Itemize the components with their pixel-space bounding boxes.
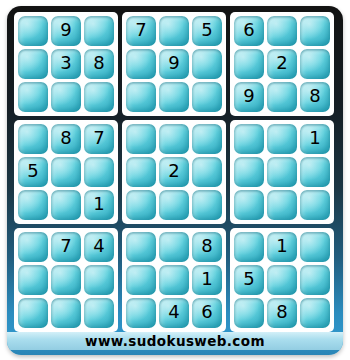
cell-r2c6[interactable] — [192, 49, 222, 79]
cell-r7c8[interactable]: 1 — [267, 232, 297, 262]
cell-r5c1[interactable]: 5 — [18, 157, 48, 187]
cell-r5c4[interactable] — [126, 157, 156, 187]
given-digit: 8 — [93, 54, 104, 72]
cell-r4c3[interactable]: 7 — [84, 124, 114, 154]
cell-r4c4[interactable] — [126, 124, 156, 154]
cell-r8c9[interactable] — [300, 265, 330, 295]
cell-r6c1[interactable] — [18, 190, 48, 220]
given-digit: 9 — [60, 21, 71, 39]
given-digit: 6 — [243, 21, 254, 39]
cell-r7c7[interactable] — [234, 232, 264, 262]
cell-r7c1[interactable] — [18, 232, 48, 262]
box-6: 1 — [230, 120, 334, 224]
given-digit: 6 — [201, 303, 212, 321]
cell-r6c5[interactable] — [159, 190, 189, 220]
cell-r8c5[interactable] — [159, 265, 189, 295]
cell-r9c3[interactable] — [84, 298, 114, 328]
cell-r5c6[interactable] — [192, 157, 222, 187]
given-digit: 7 — [60, 237, 71, 255]
cell-r5c2[interactable] — [51, 157, 81, 187]
box-7: 74 — [14, 228, 118, 332]
cell-r9c6[interactable]: 6 — [192, 298, 222, 328]
cell-r6c2[interactable] — [51, 190, 81, 220]
box-2: 759 — [122, 12, 226, 116]
given-digit: 2 — [276, 54, 287, 72]
cell-r3c7[interactable]: 9 — [234, 82, 264, 112]
cell-r5c7[interactable] — [234, 157, 264, 187]
cell-r6c7[interactable] — [234, 190, 264, 220]
given-digit: 8 — [309, 87, 320, 105]
sudoku-app: 938 759 6298 8751 2 1 74 8146 158 www.su… — [0, 0, 350, 360]
box-3: 6298 — [230, 12, 334, 116]
cell-r9c5[interactable]: 4 — [159, 298, 189, 328]
cell-r7c5[interactable] — [159, 232, 189, 262]
given-digit: 1 — [93, 195, 104, 213]
cell-r3c1[interactable] — [18, 82, 48, 112]
cell-r2c7[interactable] — [234, 49, 264, 79]
given-digit: 7 — [135, 21, 146, 39]
given-digit: 8 — [60, 129, 71, 147]
cell-r1c8[interactable] — [267, 16, 297, 46]
cell-r7c3[interactable]: 4 — [84, 232, 114, 262]
cell-r1c6[interactable]: 5 — [192, 16, 222, 46]
cell-r5c5[interactable]: 2 — [159, 157, 189, 187]
given-digit: 2 — [168, 162, 179, 180]
cell-r9c9[interactable] — [300, 298, 330, 328]
given-digit: 4 — [168, 303, 179, 321]
cell-r4c8[interactable] — [267, 124, 297, 154]
given-digit: 1 — [276, 237, 287, 255]
cell-r3c4[interactable] — [126, 82, 156, 112]
cell-r8c7[interactable]: 5 — [234, 265, 264, 295]
cell-r6c9[interactable] — [300, 190, 330, 220]
board-frame: 938 759 6298 8751 2 1 74 8146 158 www.su… — [7, 6, 343, 355]
cell-r1c2[interactable]: 9 — [51, 16, 81, 46]
cell-r1c3[interactable] — [84, 16, 114, 46]
given-digit: 4 — [93, 237, 104, 255]
cell-r3c6[interactable] — [192, 82, 222, 112]
cell-r4c1[interactable] — [18, 124, 48, 154]
cell-r6c4[interactable] — [126, 190, 156, 220]
given-digit: 1 — [201, 270, 212, 288]
given-digit: 9 — [243, 87, 254, 105]
cell-r2c5[interactable]: 9 — [159, 49, 189, 79]
cell-r5c8[interactable] — [267, 157, 297, 187]
website-link[interactable]: www.sudokusweb.com — [85, 333, 265, 349]
cell-r3c9[interactable]: 8 — [300, 82, 330, 112]
cell-r5c9[interactable] — [300, 157, 330, 187]
cell-r7c2[interactable]: 7 — [51, 232, 81, 262]
cell-r2c8[interactable]: 2 — [267, 49, 297, 79]
given-digit: 8 — [276, 303, 287, 321]
cell-r1c9[interactable] — [300, 16, 330, 46]
cell-r9c2[interactable] — [51, 298, 81, 328]
cell-r1c1[interactable] — [18, 16, 48, 46]
given-digit: 8 — [201, 237, 212, 255]
cell-r1c7[interactable]: 6 — [234, 16, 264, 46]
cell-r8c8[interactable] — [267, 265, 297, 295]
box-5: 2 — [122, 120, 226, 224]
cell-r2c2[interactable]: 3 — [51, 49, 81, 79]
cell-r6c6[interactable] — [192, 190, 222, 220]
sudoku-board: 938 759 6298 8751 2 1 74 8146 158 — [14, 12, 334, 332]
cell-r8c1[interactable] — [18, 265, 48, 295]
cell-r7c6[interactable]: 8 — [192, 232, 222, 262]
cell-r7c9[interactable] — [300, 232, 330, 262]
cell-r2c9[interactable] — [300, 49, 330, 79]
box-8: 8146 — [122, 228, 226, 332]
cell-r6c3[interactable]: 1 — [84, 190, 114, 220]
cell-r8c3[interactable] — [84, 265, 114, 295]
cell-r4c7[interactable] — [234, 124, 264, 154]
cell-r4c6[interactable] — [192, 124, 222, 154]
cell-r3c5[interactable] — [159, 82, 189, 112]
cell-r3c2[interactable] — [51, 82, 81, 112]
footer-band: www.sudokusweb.com — [7, 332, 343, 350]
cell-r2c4[interactable] — [126, 49, 156, 79]
cell-r4c9[interactable]: 1 — [300, 124, 330, 154]
given-digit: 5 — [201, 21, 212, 39]
cell-r7c4[interactable] — [126, 232, 156, 262]
cell-r8c2[interactable] — [51, 265, 81, 295]
cell-r9c7[interactable] — [234, 298, 264, 328]
cell-r2c1[interactable] — [18, 49, 48, 79]
box-4: 8751 — [14, 120, 118, 224]
box-9: 158 — [230, 228, 334, 332]
given-digit: 5 — [27, 162, 38, 180]
cell-r1c5[interactable] — [159, 16, 189, 46]
cell-r9c8[interactable]: 8 — [267, 298, 297, 328]
box-1: 938 — [14, 12, 118, 116]
cell-r3c3[interactable] — [84, 82, 114, 112]
cell-r8c4[interactable] — [126, 265, 156, 295]
cell-r1c4[interactable]: 7 — [126, 16, 156, 46]
cell-r4c5[interactable] — [159, 124, 189, 154]
given-digit: 3 — [60, 54, 71, 72]
given-digit: 9 — [168, 54, 179, 72]
cell-r5c3[interactable] — [84, 157, 114, 187]
cell-r9c4[interactable] — [126, 298, 156, 328]
given-digit: 7 — [93, 129, 104, 147]
cell-r6c8[interactable] — [267, 190, 297, 220]
given-digit: 5 — [243, 270, 254, 288]
cell-r4c2[interactable]: 8 — [51, 124, 81, 154]
cell-r8c6[interactable]: 1 — [192, 265, 222, 295]
given-digit: 1 — [309, 129, 320, 147]
cell-r2c3[interactable]: 8 — [84, 49, 114, 79]
cell-r3c8[interactable] — [267, 82, 297, 112]
cell-r9c1[interactable] — [18, 298, 48, 328]
